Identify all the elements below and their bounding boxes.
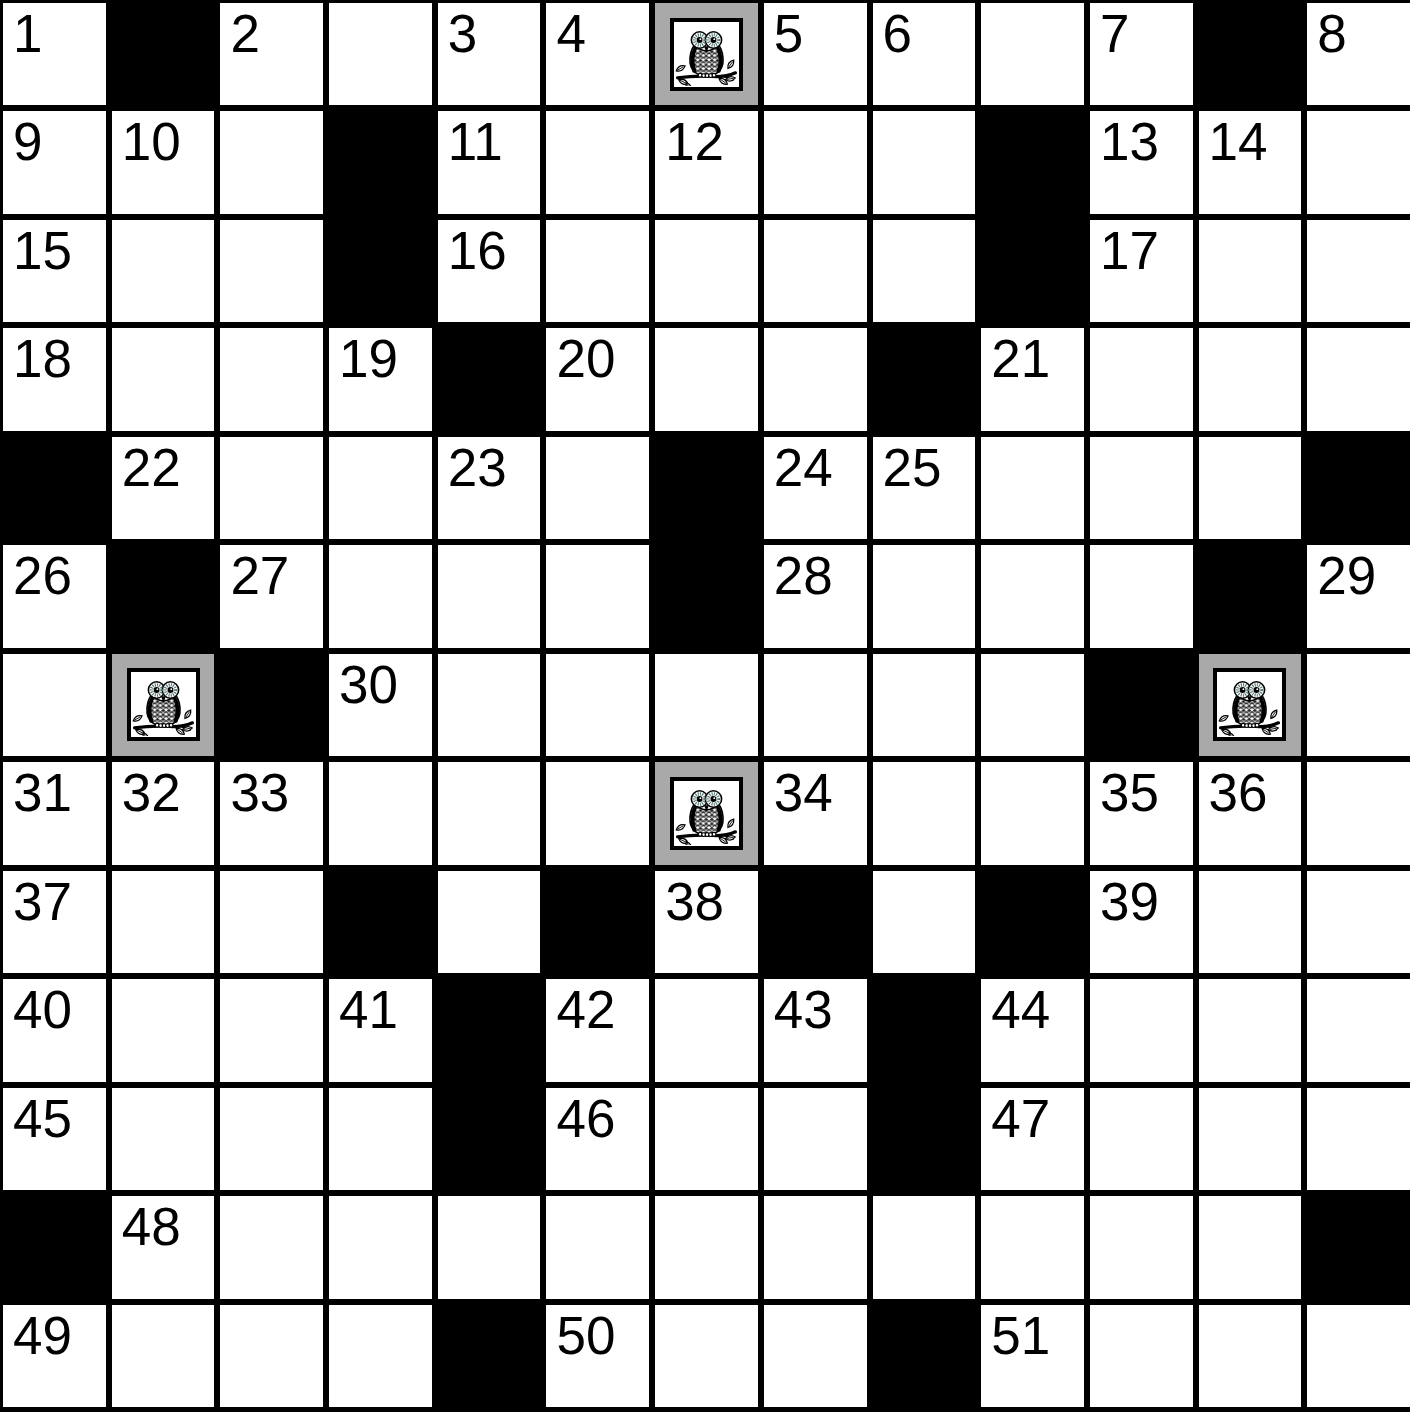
- grid-cell-r6c5[interactable]: [438, 545, 541, 647]
- clue-number-46: 46: [556, 1089, 615, 1150]
- grid-cell-r11c10[interactable]: 47: [981, 1088, 1084, 1190]
- grid-cell-r6c8[interactable]: 28: [764, 545, 867, 647]
- grid-cell-r1c4[interactable]: [329, 3, 432, 105]
- block-cell-r7c11: [1090, 654, 1193, 756]
- grid-cell-r2c2[interactable]: 10: [112, 111, 215, 213]
- clue-number-10: 10: [122, 112, 181, 173]
- clue-number-34: 34: [774, 763, 833, 824]
- grid-cell-r9c3[interactable]: [220, 871, 323, 973]
- grid-cell-r13c4[interactable]: [329, 1305, 432, 1407]
- clue-number-26: 26: [13, 546, 72, 607]
- owl-icon: [675, 782, 738, 845]
- grid-cell-r8c10[interactable]: [981, 762, 1084, 864]
- grid-cell-r11c3[interactable]: [220, 1088, 323, 1190]
- grid-cell-r6c13[interactable]: 29: [1307, 545, 1410, 647]
- grid-cell-r2c13[interactable]: [1307, 111, 1410, 213]
- grid-cell-r5c6[interactable]: [546, 437, 649, 539]
- block-cell-r6c12: [1199, 545, 1302, 647]
- crossword-grid: 1234: [0, 0, 1410, 1412]
- grid-cell-r10c13[interactable]: [1307, 979, 1410, 1081]
- grid-cell-r5c10[interactable]: [981, 437, 1084, 539]
- grid-cell-r7c10[interactable]: [981, 654, 1084, 756]
- clue-number-7: 7: [1100, 4, 1129, 65]
- block-cell-r12c1: [3, 1196, 106, 1298]
- grid-cell-r10c3[interactable]: [220, 979, 323, 1081]
- owl-frame: [127, 668, 200, 741]
- grid-cell-r8c13[interactable]: [1307, 762, 1410, 864]
- clue-number-39: 39: [1100, 872, 1159, 933]
- grid-cell-r7c5[interactable]: [438, 654, 541, 756]
- clue-number-38: 38: [665, 872, 724, 933]
- grid-cell-r2c11[interactable]: 13: [1090, 111, 1193, 213]
- clue-number-28: 28: [774, 546, 833, 607]
- grid-cell-r2c3[interactable]: [220, 111, 323, 213]
- clue-number-1: 1: [13, 4, 42, 65]
- grid-cell-r2c6[interactable]: [546, 111, 649, 213]
- grid-cell-r8c2[interactable]: 32: [112, 762, 215, 864]
- grid-cell-r5c3[interactable]: [220, 437, 323, 539]
- grid-cell-r3c9[interactable]: [873, 220, 976, 322]
- clue-number-33: 33: [230, 763, 289, 824]
- clue-number-45: 45: [13, 1089, 72, 1150]
- grid-cell-r7c1[interactable]: [3, 654, 106, 756]
- grid-cell-r8c6[interactable]: [546, 762, 649, 864]
- clue-number-17: 17: [1100, 221, 1159, 282]
- grid-cell-r3c6[interactable]: [546, 220, 649, 322]
- grid-cell-r5c11[interactable]: [1090, 437, 1193, 539]
- owl-frame: [670, 18, 743, 91]
- grid-cell-r5c2[interactable]: 22: [112, 437, 215, 539]
- grid-cell-r10c10[interactable]: 44: [981, 979, 1084, 1081]
- clue-number-25: 25: [883, 438, 942, 499]
- grid-cell-r7c6[interactable]: [546, 654, 649, 756]
- clue-number-29: 29: [1317, 546, 1376, 607]
- grid-cell-r11c13[interactable]: [1307, 1088, 1410, 1190]
- clue-number-2: 2: [230, 4, 259, 65]
- grid-cell-r11c6[interactable]: 46: [546, 1088, 649, 1190]
- clue-number-31: 31: [13, 763, 72, 824]
- clue-number-6: 6: [883, 4, 912, 65]
- grid-cell-r4c1[interactable]: 18: [3, 328, 106, 430]
- clue-number-48: 48: [122, 1197, 181, 1258]
- grid-cell-r12c2[interactable]: 48: [112, 1196, 215, 1298]
- grid-cell-r4c12[interactable]: [1199, 328, 1302, 430]
- grid-cell-r11c7[interactable]: [655, 1088, 758, 1190]
- block-cell-r1c2: [112, 3, 215, 105]
- grid-cell-r3c3[interactable]: [220, 220, 323, 322]
- grid-cell-r5c4[interactable]: [329, 437, 432, 539]
- grid-cell-r11c11[interactable]: [1090, 1088, 1193, 1190]
- owl-cell-r8c7: [655, 762, 758, 864]
- grid-cell-r8c1[interactable]: 31: [3, 762, 106, 864]
- grid-cell-r13c13[interactable]: [1307, 1305, 1410, 1407]
- grid-cell-r4c10[interactable]: 21: [981, 328, 1084, 430]
- grid-cell-r2c1[interactable]: 9: [3, 111, 106, 213]
- grid-cell-r11c1[interactable]: 45: [3, 1088, 106, 1190]
- block-cell-r3c4: [329, 220, 432, 322]
- clue-number-11: 11: [448, 112, 503, 173]
- grid-cell-r1c13[interactable]: 8: [1307, 3, 1410, 105]
- grid-cell-r9c1[interactable]: 37: [3, 871, 106, 973]
- grid-cell-r1c5[interactable]: 3: [438, 3, 541, 105]
- grid-cell-r4c2[interactable]: [112, 328, 215, 430]
- grid-cell-r3c8[interactable]: [764, 220, 867, 322]
- grid-cell-r8c4[interactable]: [329, 762, 432, 864]
- grid-cell-r12c5[interactable]: [438, 1196, 541, 1298]
- clue-number-8: 8: [1317, 4, 1346, 65]
- clue-number-32: 32: [122, 763, 181, 824]
- owl-cell-r7c12: [1199, 654, 1302, 756]
- grid-cell-r12c12[interactable]: [1199, 1196, 1302, 1298]
- grid-cell-r9c13[interactable]: [1307, 871, 1410, 973]
- grid-cell-r8c8[interactable]: 34: [764, 762, 867, 864]
- grid-cell-r1c9[interactable]: 6: [873, 3, 976, 105]
- grid-cell-r13c6[interactable]: 50: [546, 1305, 649, 1407]
- grid-cell-r9c7[interactable]: 38: [655, 871, 758, 973]
- clue-number-49: 49: [13, 1306, 72, 1367]
- block-cell-r10c9: [873, 979, 976, 1081]
- grid-cell-r6c11[interactable]: [1090, 545, 1193, 647]
- block-cell-r5c7: [655, 437, 758, 539]
- grid-cell-r7c13[interactable]: [1307, 654, 1410, 756]
- grid-cell-r3c12[interactable]: [1199, 220, 1302, 322]
- grid-cell-r2c5[interactable]: 11: [438, 111, 541, 213]
- clue-number-3: 3: [448, 4, 477, 65]
- grid-cell-r5c8[interactable]: 24: [764, 437, 867, 539]
- block-cell-r13c9: [873, 1305, 976, 1407]
- clue-number-50: 50: [556, 1306, 615, 1367]
- clue-number-4: 4: [556, 4, 585, 65]
- owl-icon: [675, 23, 738, 86]
- grid-cell-r8c12[interactable]: 36: [1199, 762, 1302, 864]
- clue-number-22: 22: [122, 438, 181, 499]
- grid-cell-r5c12[interactable]: [1199, 437, 1302, 539]
- block-cell-r6c2: [112, 545, 215, 647]
- owl-cell-r7c2: [112, 654, 215, 756]
- grid-cell-r9c2[interactable]: [112, 871, 215, 973]
- grid-cell-r10c1[interactable]: 40: [3, 979, 106, 1081]
- grid-cell-r12c9[interactable]: [873, 1196, 976, 1298]
- grid-cell-r10c6[interactable]: 42: [546, 979, 649, 1081]
- grid-cell-r12c11[interactable]: [1090, 1196, 1193, 1298]
- clue-number-23: 23: [448, 438, 507, 499]
- block-cell-r3c10: [981, 220, 1084, 322]
- clue-number-19: 19: [339, 329, 398, 390]
- clue-number-21: 21: [991, 329, 1050, 390]
- grid-cell-r4c11[interactable]: [1090, 328, 1193, 430]
- grid-cell-r3c5[interactable]: 16: [438, 220, 541, 322]
- owl-frame: [670, 777, 743, 850]
- grid-cell-r8c9[interactable]: [873, 762, 976, 864]
- grid-cell-r12c8[interactable]: [764, 1196, 867, 1298]
- grid-cell-r1c1[interactable]: 1: [3, 3, 106, 105]
- clue-number-24: 24: [774, 438, 833, 499]
- owl-icon: [132, 673, 195, 736]
- block-cell-r13c5: [438, 1305, 541, 1407]
- grid-cell-r11c4[interactable]: [329, 1088, 432, 1190]
- owl-cell-r1c7: [655, 3, 758, 105]
- grid-cell-r13c8[interactable]: [764, 1305, 867, 1407]
- block-cell-r5c13: [1307, 437, 1410, 539]
- grid-cell-r11c8[interactable]: [764, 1088, 867, 1190]
- grid-cell-r7c4[interactable]: 30: [329, 654, 432, 756]
- clue-number-37: 37: [13, 872, 72, 933]
- grid-cell-r7c9[interactable]: [873, 654, 976, 756]
- grid-cell-r8c5[interactable]: [438, 762, 541, 864]
- block-cell-r12c13: [1307, 1196, 1410, 1298]
- block-cell-r5c1: [3, 437, 106, 539]
- grid-cell-r8c11[interactable]: 35: [1090, 762, 1193, 864]
- grid-cell-r12c3[interactable]: [220, 1196, 323, 1298]
- grid-cell-r3c7[interactable]: [655, 220, 758, 322]
- clue-number-42: 42: [556, 980, 615, 1041]
- clue-number-5: 5: [774, 4, 803, 65]
- grid-cell-r1c6[interactable]: 4: [546, 3, 649, 105]
- grid-cell-r6c6[interactable]: [546, 545, 649, 647]
- clue-number-16: 16: [448, 221, 507, 282]
- grid-cell-r11c2[interactable]: [112, 1088, 215, 1190]
- grid-cell-r3c1[interactable]: 15: [3, 220, 106, 322]
- grid-cell-r9c9[interactable]: [873, 871, 976, 973]
- block-cell-r10c5: [438, 979, 541, 1081]
- grid-cell-r2c8[interactable]: [764, 111, 867, 213]
- grid-cell-r6c3[interactable]: 27: [220, 545, 323, 647]
- grid-cell-r10c7[interactable]: [655, 979, 758, 1081]
- grid-cell-r6c10[interactable]: [981, 545, 1084, 647]
- grid-cell-r4c7[interactable]: [655, 328, 758, 430]
- clue-number-18: 18: [13, 329, 72, 390]
- grid-cell-r1c10[interactable]: [981, 3, 1084, 105]
- grid-cell-r4c3[interactable]: [220, 328, 323, 430]
- grid-cell-r5c9[interactable]: 25: [873, 437, 976, 539]
- grid-cell-r10c12[interactable]: [1199, 979, 1302, 1081]
- owl-frame: [1213, 668, 1286, 741]
- grid-cell-r1c8[interactable]: 5: [764, 3, 867, 105]
- grid-cell-r12c10[interactable]: [981, 1196, 1084, 1298]
- grid-cell-r6c4[interactable]: [329, 545, 432, 647]
- clue-number-36: 36: [1209, 763, 1268, 824]
- grid-cell-r7c7[interactable]: [655, 654, 758, 756]
- clue-number-12: 12: [665, 112, 724, 173]
- grid-cell-r10c2[interactable]: [112, 979, 215, 1081]
- block-cell-r2c10: [981, 111, 1084, 213]
- clue-number-41: 41: [339, 980, 398, 1041]
- grid-cell-r6c9[interactable]: [873, 545, 976, 647]
- clue-number-13: 13: [1100, 112, 1159, 173]
- block-cell-r2c4: [329, 111, 432, 213]
- block-cell-r11c9: [873, 1088, 976, 1190]
- block-cell-r4c9: [873, 328, 976, 430]
- block-cell-r9c4: [329, 871, 432, 973]
- grid-cell-r7c8[interactable]: [764, 654, 867, 756]
- clue-number-43: 43: [774, 980, 833, 1041]
- owl-icon: [1218, 673, 1281, 736]
- grid-cell-r13c1[interactable]: 49: [3, 1305, 106, 1407]
- grid-cell-r13c10[interactable]: 51: [981, 1305, 1084, 1407]
- grid-cell-r11c12[interactable]: [1199, 1088, 1302, 1190]
- block-cell-r9c6: [546, 871, 649, 973]
- grid-cell-r10c8[interactable]: 43: [764, 979, 867, 1081]
- clue-number-15: 15: [13, 221, 72, 282]
- clue-number-20: 20: [556, 329, 615, 390]
- grid-cell-r3c11[interactable]: 17: [1090, 220, 1193, 322]
- grid-cell-r4c6[interactable]: 20: [546, 328, 649, 430]
- clue-number-27: 27: [230, 546, 289, 607]
- clue-number-47: 47: [991, 1089, 1050, 1150]
- grid-cell-r3c13[interactable]: [1307, 220, 1410, 322]
- grid-cell-r12c6[interactable]: [546, 1196, 649, 1298]
- block-cell-r9c10: [981, 871, 1084, 973]
- grid-cell-r4c8[interactable]: [764, 328, 867, 430]
- grid-cell-r2c7[interactable]: 12: [655, 111, 758, 213]
- block-cell-r7c3: [220, 654, 323, 756]
- grid-cell-r5c5[interactable]: 23: [438, 437, 541, 539]
- clue-number-51: 51: [991, 1306, 1050, 1367]
- grid-cell-r13c2[interactable]: [112, 1305, 215, 1407]
- grid-cell-r10c4[interactable]: 41: [329, 979, 432, 1081]
- grid-cell-r13c7[interactable]: [655, 1305, 758, 1407]
- grid-cell-r9c5[interactable]: [438, 871, 541, 973]
- grid-cell-r3c2[interactable]: [112, 220, 215, 322]
- grid-cell-r1c11[interactable]: 7: [1090, 3, 1193, 105]
- grid-cell-r4c4[interactable]: 19: [329, 328, 432, 430]
- block-cell-r1c12: [1199, 3, 1302, 105]
- grid-cell-r13c11[interactable]: [1090, 1305, 1193, 1407]
- clue-number-35: 35: [1100, 763, 1159, 824]
- grid-cell-r1c3[interactable]: 2: [220, 3, 323, 105]
- grid-cell-r9c11[interactable]: 39: [1090, 871, 1193, 973]
- clue-number-14: 14: [1209, 112, 1268, 173]
- grid-cell-r2c12[interactable]: 14: [1199, 111, 1302, 213]
- grid-cell-r12c4[interactable]: [329, 1196, 432, 1298]
- clue-number-9: 9: [13, 112, 42, 173]
- grid-cell-r2c9[interactable]: [873, 111, 976, 213]
- grid-cell-r13c3[interactable]: [220, 1305, 323, 1407]
- grid-cell-r4c13[interactable]: [1307, 328, 1410, 430]
- block-cell-r6c7: [655, 545, 758, 647]
- grid-cell-r13c12[interactable]: [1199, 1305, 1302, 1407]
- clue-number-44: 44: [991, 980, 1050, 1041]
- grid-cell-r10c11[interactable]: [1090, 979, 1193, 1081]
- clue-number-30: 30: [339, 655, 398, 716]
- block-cell-r11c5: [438, 1088, 541, 1190]
- grid-cell-r12c7[interactable]: [655, 1196, 758, 1298]
- grid-cell-r8c3[interactable]: 33: [220, 762, 323, 864]
- block-cell-r9c8: [764, 871, 867, 973]
- grid-cell-r9c12[interactable]: [1199, 871, 1302, 973]
- clue-number-40: 40: [13, 980, 72, 1041]
- grid-cell-r6c1[interactable]: 26: [3, 545, 106, 647]
- block-cell-r4c5: [438, 328, 541, 430]
